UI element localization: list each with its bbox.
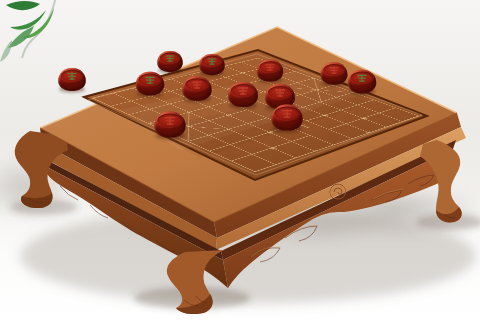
- piece-character: [164, 54, 176, 63]
- piece-character: [206, 57, 218, 66]
- pieces-layer: [0, 0, 480, 324]
- piece-character: [143, 75, 156, 85]
- piece-character: [190, 80, 204, 90]
- piece-character: [236, 86, 250, 96]
- piece-black-soldier: [157, 51, 183, 72]
- piece-character: [328, 66, 341, 75]
- piece-red-advisor: [271, 104, 303, 130]
- piece-character: [280, 109, 295, 120]
- piece-character: [355, 73, 368, 83]
- scene: [0, 0, 480, 324]
- piece-black-cannon: [199, 54, 225, 75]
- piece-character: [273, 88, 287, 98]
- piece-character: [66, 72, 79, 81]
- piece-red-elephant: [154, 111, 186, 137]
- piece-red-chariot: [228, 82, 258, 107]
- piece-red-cannon: [182, 76, 211, 101]
- piece-character: [264, 63, 276, 72]
- piece-red-soldier-1: [257, 60, 283, 82]
- piece-black-horse: [136, 72, 165, 96]
- piece-black-elephant: [58, 68, 86, 91]
- piece-red-soldier-2: [321, 62, 348, 85]
- piece-character: [163, 116, 178, 127]
- piece-black-general: [348, 70, 377, 94]
